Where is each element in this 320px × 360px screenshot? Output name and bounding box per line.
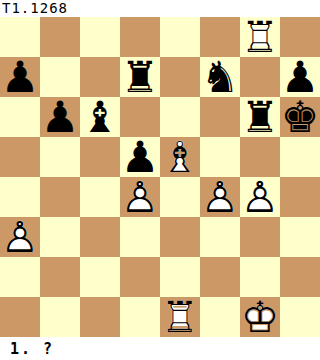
piece-black-pawn[interactable]: ♟ [280, 57, 320, 97]
piece-white-pawn[interactable]: ♙ [0, 217, 40, 257]
square-e4[interactable] [160, 177, 200, 217]
piece-black-knight[interactable]: ♞ [200, 57, 240, 97]
piece-white-rook[interactable]: ♖ [160, 297, 200, 337]
square-c2[interactable] [80, 257, 120, 297]
square-d3[interactable] [120, 217, 160, 257]
square-b2[interactable] [40, 257, 80, 297]
piece-white-pawn[interactable]: ♙ [120, 177, 160, 217]
square-e5[interactable]: ♝♗ [160, 137, 200, 177]
piece-white-pawn[interactable]: ♙ [200, 177, 240, 217]
square-a3[interactable]: ♟♙ [0, 217, 40, 257]
square-f5[interactable] [200, 137, 240, 177]
square-g4[interactable]: ♟♙ [240, 177, 280, 217]
piece-white-bishop[interactable]: ♗ [160, 137, 200, 177]
square-d6[interactable] [120, 97, 160, 137]
square-d1[interactable] [120, 297, 160, 337]
square-f1[interactable] [200, 297, 240, 337]
square-a6[interactable] [0, 97, 40, 137]
piece-white-pawn[interactable]: ♙ [240, 177, 280, 217]
square-c7[interactable] [80, 57, 120, 97]
square-e7[interactable] [160, 57, 200, 97]
square-c3[interactable] [80, 217, 120, 257]
square-g1[interactable]: ♚♔ [240, 297, 280, 337]
square-d8[interactable] [120, 17, 160, 57]
piece-white-rook[interactable]: ♖ [240, 17, 280, 57]
square-h5[interactable] [280, 137, 320, 177]
square-c6[interactable]: ♝ [80, 97, 120, 137]
square-h4[interactable] [280, 177, 320, 217]
square-f7[interactable]: ♞ [200, 57, 240, 97]
square-e6[interactable] [160, 97, 200, 137]
square-h8[interactable] [280, 17, 320, 57]
square-d5[interactable]: ♟ [120, 137, 160, 177]
square-h3[interactable] [280, 217, 320, 257]
square-h7[interactable]: ♟ [280, 57, 320, 97]
piece-white-king[interactable]: ♔ [240, 297, 280, 337]
square-h6[interactable]: ♚ [280, 97, 320, 137]
square-f2[interactable] [200, 257, 240, 297]
square-c8[interactable] [80, 17, 120, 57]
square-b1[interactable] [40, 297, 80, 337]
square-c1[interactable] [80, 297, 120, 337]
square-e3[interactable] [160, 217, 200, 257]
square-a7[interactable]: ♟ [0, 57, 40, 97]
piece-black-pawn[interactable]: ♟ [40, 97, 80, 137]
square-c5[interactable] [80, 137, 120, 177]
square-d7[interactable]: ♜ [120, 57, 160, 97]
square-g3[interactable] [240, 217, 280, 257]
square-b8[interactable] [40, 17, 80, 57]
square-h2[interactable] [280, 257, 320, 297]
square-g6[interactable]: ♜ [240, 97, 280, 137]
piece-black-rook[interactable]: ♜ [240, 97, 280, 137]
piece-black-pawn[interactable]: ♟ [120, 137, 160, 177]
square-b5[interactable] [40, 137, 80, 177]
square-b7[interactable] [40, 57, 80, 97]
square-b4[interactable] [40, 177, 80, 217]
square-f3[interactable] [200, 217, 240, 257]
square-d4[interactable]: ♟♙ [120, 177, 160, 217]
square-c4[interactable] [80, 177, 120, 217]
square-a4[interactable] [0, 177, 40, 217]
square-a5[interactable] [0, 137, 40, 177]
square-a2[interactable] [0, 257, 40, 297]
square-a8[interactable] [0, 17, 40, 57]
chess-board: ♜♖♟♜♞♟♟♝♜♚♟♝♗♟♙♟♙♟♙♟♙♜♖♚♔ [0, 17, 320, 337]
square-f4[interactable]: ♟♙ [200, 177, 240, 217]
square-h1[interactable] [280, 297, 320, 337]
square-f6[interactable] [200, 97, 240, 137]
square-f8[interactable] [200, 17, 240, 57]
square-g8[interactable]: ♜♖ [240, 17, 280, 57]
square-g2[interactable] [240, 257, 280, 297]
piece-black-rook[interactable]: ♜ [120, 57, 160, 97]
piece-black-king[interactable]: ♚ [280, 97, 320, 137]
piece-black-bishop[interactable]: ♝ [80, 97, 120, 137]
square-e8[interactable] [160, 17, 200, 57]
piece-black-pawn[interactable]: ♟ [0, 57, 40, 97]
square-a1[interactable] [0, 297, 40, 337]
square-b6[interactable]: ♟ [40, 97, 80, 137]
square-d2[interactable] [120, 257, 160, 297]
square-g7[interactable] [240, 57, 280, 97]
square-e2[interactable] [160, 257, 200, 297]
square-b3[interactable] [40, 217, 80, 257]
square-g5[interactable] [240, 137, 280, 177]
square-e1[interactable]: ♜♖ [160, 297, 200, 337]
